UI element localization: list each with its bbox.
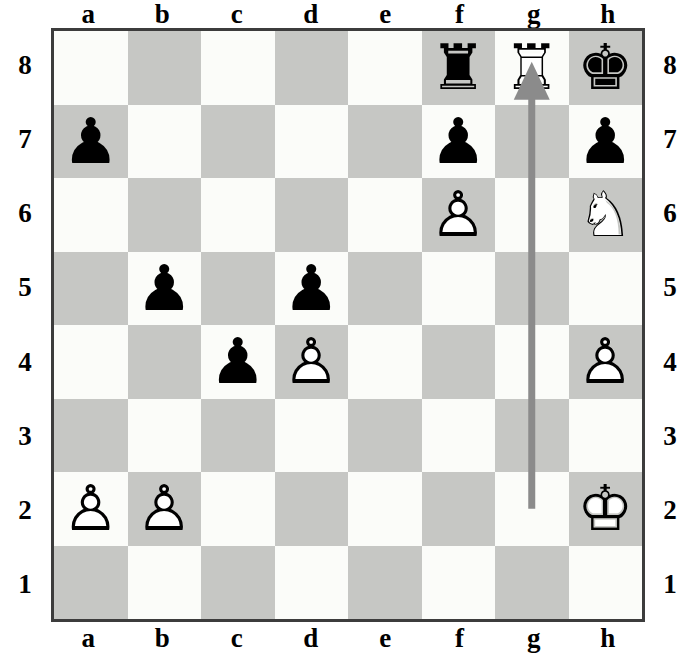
rank-labels-left: 87654321 [0, 28, 50, 622]
rank-label-3: 3 [645, 399, 695, 473]
square-h1[interactable] [569, 546, 643, 620]
file-label-e: e [348, 622, 422, 654]
square-e6[interactable] [348, 178, 422, 252]
square-b2[interactable]: ♟♙ [128, 472, 202, 546]
square-f5[interactable] [422, 252, 496, 326]
white-piece-outline: ♙ [54, 472, 128, 546]
square-c3[interactable] [201, 399, 275, 473]
piece-wP-h4[interactable]: ♟♙ [569, 325, 643, 399]
piece-bP-h7[interactable]: ♟ [569, 105, 643, 179]
white-piece-outline: ♖ [495, 31, 569, 105]
rank-label-8: 8 [645, 28, 695, 102]
square-c2[interactable] [201, 472, 275, 546]
file-label-g: g [497, 622, 571, 654]
square-a4[interactable] [54, 325, 128, 399]
piece-bP-c4[interactable]: ♟ [201, 325, 275, 399]
square-b1[interactable] [128, 546, 202, 620]
square-c5[interactable] [201, 252, 275, 326]
square-b5[interactable]: ♟ [128, 252, 202, 326]
square-c1[interactable] [201, 546, 275, 620]
rank-label-5: 5 [0, 251, 50, 325]
square-d5[interactable]: ♟ [275, 252, 349, 326]
square-e1[interactable] [348, 546, 422, 620]
square-g8[interactable]: ♜♖ [495, 31, 569, 105]
square-a8[interactable] [54, 31, 128, 105]
square-f1[interactable] [422, 546, 496, 620]
square-b7[interactable] [128, 105, 202, 179]
rank-label-4: 4 [0, 325, 50, 399]
square-h6[interactable]: ♞♘ [569, 178, 643, 252]
file-labels-bottom: abcdefgh [51, 622, 645, 654]
chess-diagram: abcdefgh 87654321 ♜♜♖♚♟♟♟♟♙♞♘♟♟♟♟♙♟♙♟♙♟♙… [0, 0, 696, 656]
square-g2[interactable] [495, 472, 569, 546]
file-label-h: h [571, 622, 645, 654]
white-piece-outline: ♔ [569, 472, 643, 546]
square-a7[interactable]: ♟ [54, 105, 128, 179]
piece-wP-d4[interactable]: ♟♙ [275, 325, 349, 399]
rank-label-1: 1 [0, 548, 50, 622]
square-c6[interactable] [201, 178, 275, 252]
square-e5[interactable] [348, 252, 422, 326]
rank-labels-right: 87654321 [645, 28, 695, 622]
piece-bP-d5[interactable]: ♟ [275, 252, 349, 326]
square-h2[interactable]: ♚♔ [569, 472, 643, 546]
square-d4[interactable]: ♟♙ [275, 325, 349, 399]
piece-wN-h6[interactable]: ♞♘ [569, 178, 643, 252]
piece-wP-f6[interactable]: ♟♙ [422, 178, 496, 252]
square-a6[interactable] [54, 178, 128, 252]
file-labels-top: abcdefgh [51, 0, 645, 28]
square-a2[interactable]: ♟♙ [54, 472, 128, 546]
square-h7[interactable]: ♟ [569, 105, 643, 179]
file-label-g: g [497, 0, 571, 28]
square-d7[interactable] [275, 105, 349, 179]
square-g3[interactable] [495, 399, 569, 473]
square-e2[interactable] [348, 472, 422, 546]
black-piece-glyph: ♚ [569, 31, 643, 105]
piece-bK-h8[interactable]: ♚ [569, 31, 643, 105]
square-d2[interactable] [275, 472, 349, 546]
rank-label-7: 7 [645, 102, 695, 176]
square-e3[interactable] [348, 399, 422, 473]
file-label-d: d [274, 622, 348, 654]
square-a1[interactable] [54, 546, 128, 620]
piece-wP-b2[interactable]: ♟♙ [128, 472, 202, 546]
square-b8[interactable] [128, 31, 202, 105]
square-f6[interactable]: ♟♙ [422, 178, 496, 252]
square-c7[interactable] [201, 105, 275, 179]
file-label-h: h [571, 0, 645, 28]
square-d6[interactable] [275, 178, 349, 252]
square-g5[interactable] [495, 252, 569, 326]
white-piece-outline: ♙ [128, 472, 202, 546]
rank-label-5: 5 [645, 251, 695, 325]
square-b3[interactable] [128, 399, 202, 473]
piece-bP-f7[interactable]: ♟ [422, 105, 496, 179]
file-label-f: f [422, 0, 496, 28]
file-label-b: b [125, 622, 199, 654]
piece-bP-b5[interactable]: ♟ [128, 252, 202, 326]
square-g7[interactable] [495, 105, 569, 179]
square-f3[interactable] [422, 399, 496, 473]
file-label-d: d [274, 0, 348, 28]
square-a5[interactable] [54, 252, 128, 326]
square-f4[interactable] [422, 325, 496, 399]
square-h3[interactable] [569, 399, 643, 473]
rank-label-2: 2 [645, 474, 695, 548]
piece-wR-g8[interactable]: ♜♖ [495, 31, 569, 105]
white-piece-outline: ♘ [569, 178, 643, 252]
square-e7[interactable] [348, 105, 422, 179]
square-g6[interactable] [495, 178, 569, 252]
rank-label-6: 6 [645, 177, 695, 251]
piece-bP-a7[interactable]: ♟ [54, 105, 128, 179]
black-piece-glyph: ♟ [422, 105, 496, 179]
black-piece-glyph: ♟ [201, 325, 275, 399]
square-h5[interactable] [569, 252, 643, 326]
rank-label-7: 7 [0, 102, 50, 176]
square-c4[interactable]: ♟ [201, 325, 275, 399]
rank-label-2: 2 [0, 474, 50, 548]
file-label-c: c [200, 622, 274, 654]
square-a3[interactable] [54, 399, 128, 473]
black-piece-glyph: ♟ [569, 105, 643, 179]
file-label-a: a [51, 622, 125, 654]
rank-label-4: 4 [645, 325, 695, 399]
piece-bR-f8[interactable]: ♜ [422, 31, 496, 105]
square-g1[interactable] [495, 546, 569, 620]
file-label-f: f [422, 622, 496, 654]
square-b4[interactable] [128, 325, 202, 399]
black-piece-glyph: ♜ [422, 31, 496, 105]
rank-label-8: 8 [0, 28, 50, 102]
chess-board: ♜♜♖♚♟♟♟♟♙♞♘♟♟♟♟♙♟♙♟♙♟♙♚♔ [51, 28, 645, 622]
square-d8[interactable] [275, 31, 349, 105]
file-label-e: e [348, 0, 422, 28]
rank-label-1: 1 [645, 548, 695, 622]
square-d3[interactable] [275, 399, 349, 473]
black-piece-glyph: ♟ [128, 252, 202, 326]
square-e4[interactable] [348, 325, 422, 399]
file-label-a: a [51, 0, 125, 28]
square-b6[interactable] [128, 178, 202, 252]
white-piece-outline: ♙ [275, 325, 349, 399]
square-h4[interactable]: ♟♙ [569, 325, 643, 399]
black-piece-glyph: ♟ [54, 105, 128, 179]
rank-label-6: 6 [0, 177, 50, 251]
square-g4[interactable] [495, 325, 569, 399]
square-d1[interactable] [275, 546, 349, 620]
rank-label-3: 3 [0, 399, 50, 473]
square-f8[interactable]: ♜ [422, 31, 496, 105]
file-label-b: b [125, 0, 199, 28]
piece-wK-h2[interactable]: ♚♔ [569, 472, 643, 546]
white-piece-outline: ♙ [569, 325, 643, 399]
black-piece-glyph: ♟ [275, 252, 349, 326]
square-e8[interactable] [348, 31, 422, 105]
square-c8[interactable] [201, 31, 275, 105]
square-f2[interactable] [422, 472, 496, 546]
file-label-c: c [200, 0, 274, 28]
white-piece-outline: ♙ [422, 178, 496, 252]
square-f7[interactable]: ♟ [422, 105, 496, 179]
piece-wP-a2[interactable]: ♟♙ [54, 472, 128, 546]
square-h8[interactable]: ♚ [569, 31, 643, 105]
